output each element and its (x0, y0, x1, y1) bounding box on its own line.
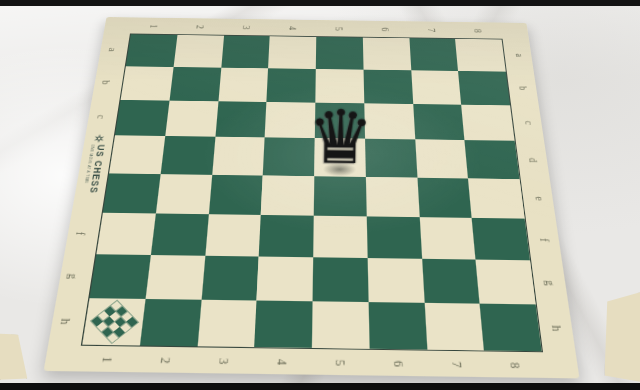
square-e2[interactable] (156, 174, 212, 214)
rank-label-top-7: 7 (409, 23, 456, 37)
file-label-right-a: a (508, 39, 531, 72)
square-d7[interactable] (415, 140, 468, 178)
square-e7[interactable] (417, 177, 472, 217)
square-d2[interactable] (160, 136, 214, 174)
square-f5[interactable] (313, 215, 367, 257)
square-f3[interactable] (205, 214, 261, 256)
square-e4[interactable] (261, 175, 314, 215)
file-label-left-h: h (51, 298, 81, 345)
square-c1[interactable] (115, 100, 169, 136)
file-label-left-f: f (67, 212, 95, 254)
square-f1[interactable] (96, 212, 155, 254)
chessboard-scene: 12345678 12345678 abcfgh abcdefgh ONE MO… (102, 17, 527, 379)
square-g8[interactable] (476, 259, 536, 304)
square-c8[interactable] (461, 105, 514, 141)
rank-label-bottom-8: 8 (485, 354, 546, 376)
square-a1[interactable] (126, 34, 177, 67)
rank-label-top-1: 1 (130, 19, 178, 33)
file-label-right-h: h (543, 305, 572, 353)
bottom-edge-strip (0, 383, 640, 390)
square-h6[interactable] (368, 302, 426, 350)
rank-labels-bottom: 12345678 (77, 348, 546, 375)
rank-label-top-4: 4 (270, 21, 317, 35)
file-label-right-d: d (521, 141, 546, 179)
square-d1[interactable] (109, 136, 165, 174)
file-label-right-f: f (532, 219, 559, 261)
rank-label-bottom-6: 6 (370, 352, 429, 374)
square-h7[interactable] (424, 303, 484, 351)
square-a2[interactable] (173, 35, 223, 68)
square-c7[interactable] (413, 104, 465, 140)
file-label-right-b: b (512, 71, 536, 105)
square-g7[interactable] (422, 259, 480, 304)
square-d3[interactable] (212, 137, 265, 175)
checkered-diamond-logo (91, 301, 137, 342)
file-label-right-e: e (526, 179, 552, 219)
file-label-left-b: b (94, 65, 119, 99)
file-label-left-g: g (59, 254, 88, 299)
rank-label-bottom-3: 3 (194, 350, 254, 372)
rank-label-bottom-5: 5 (312, 351, 371, 373)
square-b3[interactable] (218, 68, 268, 102)
square-g6[interactable] (367, 258, 424, 303)
top-edge-strip (0, 0, 640, 6)
square-h3[interactable] (197, 300, 257, 348)
square-f6[interactable] (366, 216, 421, 258)
square-d8[interactable] (465, 140, 520, 178)
rank-label-top-5: 5 (316, 21, 363, 35)
rank-label-top-3: 3 (223, 20, 270, 34)
square-b2[interactable] (169, 67, 221, 101)
square-b1[interactable] (121, 66, 174, 100)
square-h8[interactable] (480, 303, 542, 351)
rank-label-top-2: 2 (177, 20, 225, 34)
square-e8[interactable] (468, 178, 524, 218)
square-e1[interactable] (103, 173, 160, 213)
square-f8[interactable] (472, 218, 530, 261)
file-label-left-c: c (88, 99, 113, 135)
file-label-left-a: a (100, 33, 124, 65)
square-h4[interactable] (254, 300, 312, 348)
rank-label-bottom-4: 4 (253, 351, 312, 373)
square-e3[interactable] (208, 174, 263, 214)
square-a8[interactable] (455, 39, 505, 72)
square-g2[interactable] (145, 255, 205, 300)
rank-label-bottom-7: 7 (428, 353, 488, 375)
square-g4[interactable] (257, 256, 313, 301)
square-c3[interactable] (215, 101, 267, 137)
vinyl-chessboard: 12345678 12345678 abcfgh abcdefgh ONE MO… (44, 17, 580, 378)
file-label-right-g: g (537, 261, 565, 306)
square-h1[interactable] (82, 298, 145, 345)
rank-label-top-6: 6 (363, 22, 410, 36)
square-f4[interactable] (259, 215, 314, 257)
square-e6[interactable] (366, 177, 420, 217)
square-h2[interactable] (140, 299, 201, 347)
board-grid: ♛ (81, 34, 543, 353)
square-f2[interactable] (151, 213, 209, 255)
square-h5[interactable] (312, 301, 369, 349)
square-a7[interactable] (409, 38, 458, 71)
square-e5[interactable] (314, 176, 367, 216)
square-g5[interactable] (313, 257, 369, 302)
square-b7[interactable] (411, 70, 462, 104)
rank-label-bottom-1: 1 (77, 348, 138, 370)
square-g1[interactable] (90, 254, 151, 299)
square-a4[interactable] (268, 36, 316, 69)
square-g3[interactable] (201, 256, 259, 301)
square-d5[interactable]: ♛ (314, 138, 365, 176)
square-a5[interactable] (316, 37, 363, 70)
square-b8[interactable] (458, 71, 510, 106)
rank-label-bottom-2: 2 (136, 349, 196, 371)
square-f7[interactable] (419, 217, 476, 260)
square-a6[interactable] (363, 38, 411, 71)
square-c2[interactable] (165, 101, 218, 137)
square-a3[interactable] (221, 36, 270, 69)
black-queen[interactable]: ♛ (307, 103, 374, 174)
file-label-right-c: c (516, 105, 540, 141)
rank-label-top-8: 8 (455, 23, 503, 37)
